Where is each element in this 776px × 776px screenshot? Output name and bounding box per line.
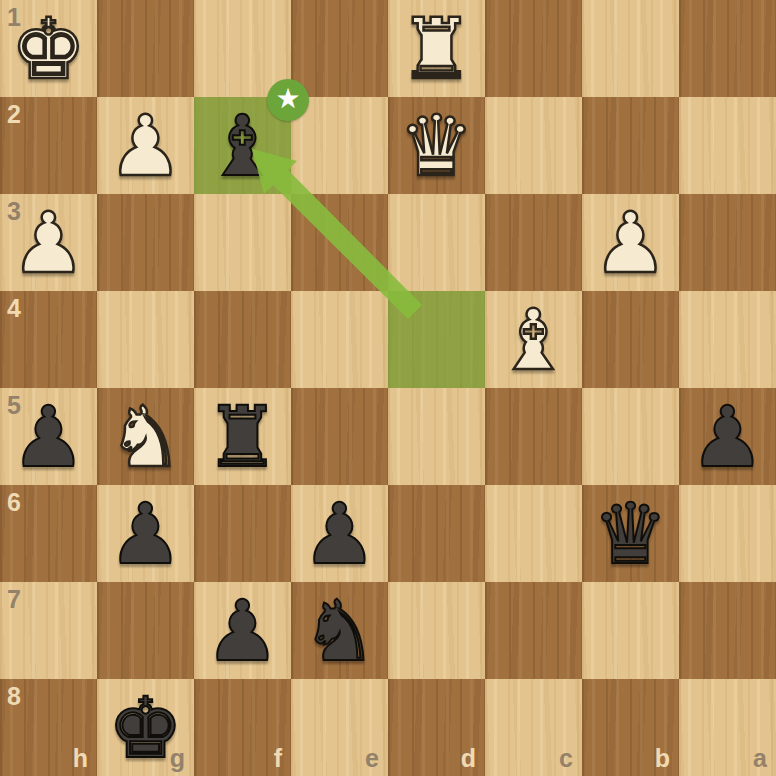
square-a5[interactable]: ♟ <box>679 388 776 485</box>
piece-black-rook-f5[interactable]: ♜ <box>194 388 291 485</box>
rank-label-6: 6 <box>7 488 21 517</box>
square-d5[interactable] <box>388 388 485 485</box>
piece-black-pawn-a5[interactable]: ♟ <box>679 388 776 485</box>
rank-label-1: 1 <box>7 3 21 32</box>
piece-black-knight-e7[interactable]: ♞ <box>291 582 388 679</box>
square-f5[interactable]: ♜ <box>194 388 291 485</box>
piece-white-queen-d2[interactable]: ♛ <box>388 97 485 194</box>
square-b8[interactable]: b <box>582 679 679 776</box>
square-g2[interactable]: ♟ <box>97 97 194 194</box>
star-badge: ★ <box>267 79 309 121</box>
piece-white-pawn-b3[interactable]: ♟ <box>582 194 679 291</box>
square-g1[interactable] <box>97 0 194 97</box>
piece-white-bishop-c4[interactable]: ♝ <box>485 291 582 388</box>
square-b1[interactable] <box>582 0 679 97</box>
square-b4[interactable] <box>582 291 679 388</box>
square-b3[interactable]: ♟ <box>582 194 679 291</box>
square-a6[interactable] <box>679 485 776 582</box>
rank-label-3: 3 <box>7 197 21 226</box>
file-label-b: b <box>655 744 670 773</box>
square-h2[interactable]: 2 <box>0 97 97 194</box>
square-d8[interactable]: d <box>388 679 485 776</box>
square-g5[interactable]: ♞ <box>97 388 194 485</box>
square-b2[interactable] <box>582 97 679 194</box>
square-c3[interactable] <box>485 194 582 291</box>
square-h5[interactable]: 5♟ <box>0 388 97 485</box>
file-label-g: g <box>170 744 185 773</box>
square-f8[interactable]: f <box>194 679 291 776</box>
square-e7[interactable]: ♞ <box>291 582 388 679</box>
square-a4[interactable] <box>679 291 776 388</box>
square-b6[interactable]: ♛ <box>582 485 679 582</box>
rank-label-7: 7 <box>7 585 21 614</box>
chess-board: 1♚♜2♟♝♛3♟♟4♝5♟♞♜♟6♟♟♛7♟♞8hg♚fedcba <box>0 0 776 776</box>
square-c1[interactable] <box>485 0 582 97</box>
square-c6[interactable] <box>485 485 582 582</box>
file-label-c: c <box>559 744 573 773</box>
square-h8[interactable]: 8h <box>0 679 97 776</box>
square-e8[interactable]: e <box>291 679 388 776</box>
square-f7[interactable]: ♟ <box>194 582 291 679</box>
square-a8[interactable]: a <box>679 679 776 776</box>
square-f3[interactable] <box>194 194 291 291</box>
square-g3[interactable] <box>97 194 194 291</box>
square-c2[interactable] <box>485 97 582 194</box>
star-icon: ★ <box>275 85 300 113</box>
square-h6[interactable]: 6 <box>0 485 97 582</box>
square-e2[interactable] <box>291 97 388 194</box>
square-h7[interactable]: 7 <box>0 582 97 679</box>
square-e4[interactable] <box>291 291 388 388</box>
square-d2[interactable]: ♛ <box>388 97 485 194</box>
rank-label-2: 2 <box>7 100 21 129</box>
piece-white-rook-d1[interactable]: ♜ <box>388 0 485 97</box>
square-f6[interactable] <box>194 485 291 582</box>
piece-white-pawn-g2[interactable]: ♟ <box>97 97 194 194</box>
square-e5[interactable] <box>291 388 388 485</box>
square-a7[interactable] <box>679 582 776 679</box>
square-g4[interactable] <box>97 291 194 388</box>
square-d6[interactable] <box>388 485 485 582</box>
square-h1[interactable]: 1♚ <box>0 0 97 97</box>
square-d3[interactable] <box>388 194 485 291</box>
square-h3[interactable]: 3♟ <box>0 194 97 291</box>
square-g6[interactable]: ♟ <box>97 485 194 582</box>
piece-black-pawn-f7[interactable]: ♟ <box>194 582 291 679</box>
rank-label-4: 4 <box>7 294 21 323</box>
square-d4[interactable] <box>388 291 485 388</box>
piece-black-queen-b6[interactable]: ♛ <box>582 485 679 582</box>
square-a3[interactable] <box>679 194 776 291</box>
file-label-f: f <box>274 744 282 773</box>
file-label-a: a <box>753 744 767 773</box>
file-label-h: h <box>73 744 88 773</box>
square-a1[interactable] <box>679 0 776 97</box>
rank-label-8: 8 <box>7 682 21 711</box>
square-h4[interactable]: 4 <box>0 291 97 388</box>
square-c8[interactable]: c <box>485 679 582 776</box>
square-f4[interactable] <box>194 291 291 388</box>
file-label-e: e <box>365 744 379 773</box>
piece-white-knight-g5[interactable]: ♞ <box>97 388 194 485</box>
rank-label-5: 5 <box>7 391 21 420</box>
square-b7[interactable] <box>582 582 679 679</box>
square-e1[interactable] <box>291 0 388 97</box>
file-label-d: d <box>461 744 476 773</box>
square-c7[interactable] <box>485 582 582 679</box>
square-c5[interactable] <box>485 388 582 485</box>
piece-black-pawn-g6[interactable]: ♟ <box>97 485 194 582</box>
piece-black-pawn-e6[interactable]: ♟ <box>291 485 388 582</box>
square-b5[interactable] <box>582 388 679 485</box>
square-e6[interactable]: ♟ <box>291 485 388 582</box>
last-move-highlight-d4 <box>388 291 485 388</box>
square-a2[interactable] <box>679 97 776 194</box>
square-e3[interactable] <box>291 194 388 291</box>
square-g8[interactable]: g♚ <box>97 679 194 776</box>
square-d7[interactable] <box>388 582 485 679</box>
square-d1[interactable]: ♜ <box>388 0 485 97</box>
square-g7[interactable] <box>97 582 194 679</box>
square-c4[interactable]: ♝ <box>485 291 582 388</box>
